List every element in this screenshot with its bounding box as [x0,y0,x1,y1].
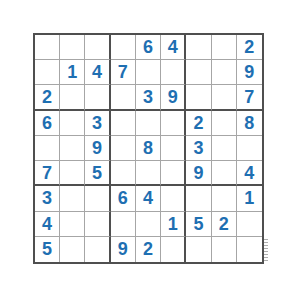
cell-r9c5[interactable]: 2 [136,237,161,262]
cell-r2c9[interactable]: 9 [237,60,262,85]
cell-r1c3[interactable] [85,35,110,60]
cell-r8c3[interactable] [85,212,110,237]
cell-r7c7[interactable] [186,186,211,211]
cell-r7c8[interactable] [212,186,237,211]
cell-r6c9[interactable]: 4 [237,161,262,186]
cell-r1c8[interactable] [212,35,237,60]
cell-r6c3[interactable]: 5 [85,161,110,186]
cell-r2c5[interactable] [136,60,161,85]
cell-r4c7[interactable]: 2 [186,111,211,136]
cell-r1c6[interactable]: 4 [161,35,186,60]
cell-r8c5[interactable] [136,212,161,237]
cell-r7c6[interactable] [161,186,186,211]
cell-r8c7[interactable]: 5 [186,212,211,237]
cell-r4c4[interactable] [111,111,136,136]
cell-r2c8[interactable] [212,60,237,85]
cell-r9c6[interactable] [161,237,186,262]
cell-r6c5[interactable] [136,161,161,186]
cell-r5c1[interactable] [35,136,60,161]
cell-r1c9[interactable]: 2 [237,35,262,60]
watermark-text [264,239,268,263]
cell-r3c3[interactable] [85,85,110,110]
cell-r9c4[interactable]: 9 [111,237,136,262]
cell-r3c1[interactable]: 2 [35,85,60,110]
cell-r2c7[interactable] [186,60,211,85]
cell-r4c3[interactable]: 3 [85,111,110,136]
cell-r9c8[interactable] [212,237,237,262]
cell-r5c6[interactable] [161,136,186,161]
cell-r6c7[interactable]: 9 [186,161,211,186]
cell-r1c5[interactable]: 6 [136,35,161,60]
cell-r7c1[interactable]: 3 [35,186,60,211]
cell-r9c3[interactable] [85,237,110,262]
cell-r6c8[interactable] [212,161,237,186]
cell-r2c3[interactable]: 4 [85,60,110,85]
cell-r3c4[interactable] [111,85,136,110]
cell-r6c1[interactable]: 7 [35,161,60,186]
cell-r9c1[interactable]: 5 [35,237,60,262]
cell-r8c4[interactable] [111,212,136,237]
cell-r1c7[interactable] [186,35,211,60]
cell-r9c9[interactable] [237,237,262,262]
cell-r5c9[interactable] [237,136,262,161]
cell-r7c4[interactable]: 6 [111,186,136,211]
cell-r4c9[interactable]: 8 [237,111,262,136]
cell-r7c5[interactable]: 4 [136,186,161,211]
cell-r1c4[interactable] [111,35,136,60]
cell-r2c6[interactable] [161,60,186,85]
cell-r1c1[interactable] [35,35,60,60]
cell-r1c2[interactable] [60,35,85,60]
cell-r5c7[interactable]: 3 [186,136,211,161]
cell-r5c4[interactable] [111,136,136,161]
cell-r3c2[interactable] [60,85,85,110]
cell-r8c8[interactable]: 2 [212,212,237,237]
cell-r9c7[interactable] [186,237,211,262]
cell-r9c2[interactable] [60,237,85,262]
cell-r2c2[interactable]: 1 [60,60,85,85]
sudoku-screen: 6 4 2 1 4 7 9 2 3 9 7 6 3 2 8 9 [0,0,300,300]
cell-r7c2[interactable] [60,186,85,211]
cell-r8c2[interactable] [60,212,85,237]
cell-r7c9[interactable]: 1 [237,186,262,211]
sudoku-board: 6 4 2 1 4 7 9 2 3 9 7 6 3 2 8 9 [33,33,264,264]
cell-r5c2[interactable] [60,136,85,161]
cell-r7c3[interactable] [85,186,110,211]
cell-r4c1[interactable]: 6 [35,111,60,136]
cell-r4c6[interactable] [161,111,186,136]
cell-r5c8[interactable] [212,136,237,161]
cell-r5c5[interactable]: 8 [136,136,161,161]
cell-r2c4[interactable]: 7 [111,60,136,85]
cell-r3c9[interactable]: 7 [237,85,262,110]
cell-r3c6[interactable]: 9 [161,85,186,110]
cell-r4c5[interactable] [136,111,161,136]
cell-r4c8[interactable] [212,111,237,136]
cell-r3c7[interactable] [186,85,211,110]
cell-r8c1[interactable]: 4 [35,212,60,237]
cell-r4c2[interactable] [60,111,85,136]
cell-r2c1[interactable] [35,60,60,85]
cell-r8c6[interactable]: 1 [161,212,186,237]
cell-r6c6[interactable] [161,161,186,186]
cell-r8c9[interactable] [237,212,262,237]
cell-r3c8[interactable] [212,85,237,110]
cell-r5c3[interactable]: 9 [85,136,110,161]
cell-r3c5[interactable]: 3 [136,85,161,110]
cell-r6c4[interactable] [111,161,136,186]
cell-r6c2[interactable] [60,161,85,186]
